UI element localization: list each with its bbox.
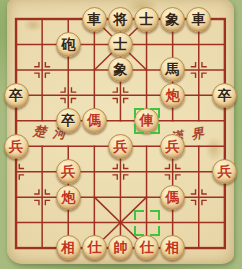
- board-cell[interactable]: [55, 133, 81, 158]
- board-cell[interactable]: [107, 108, 133, 133]
- board-cell[interactable]: [212, 184, 238, 209]
- xiangqi-app: 楚河 漢界 車将士象車砲士象馬卒炮卒卒傌俥兵兵兵兵兵炮傌相仕帥仕相: [0, 0, 242, 269]
- board-cell[interactable]: [186, 133, 212, 158]
- board-cell[interactable]: [133, 210, 159, 235]
- board-cell[interactable]: [212, 6, 238, 31]
- board-cell[interactable]: [160, 32, 186, 57]
- piece-red-soldier[interactable]: 兵: [108, 134, 133, 159]
- board-cell[interactable]: 兵: [3, 133, 29, 158]
- board-cell[interactable]: [212, 57, 238, 82]
- board-cell[interactable]: [186, 184, 212, 209]
- move-origin-marker: [134, 210, 160, 236]
- board-cell[interactable]: [107, 83, 133, 108]
- board-cell[interactable]: 炮: [55, 184, 81, 209]
- piece-red-advisor[interactable]: 仕: [82, 235, 107, 260]
- piece-red-cannon[interactable]: 炮: [56, 185, 81, 210]
- board-cell[interactable]: [212, 235, 238, 260]
- board-cell[interactable]: 炮: [160, 83, 186, 108]
- board-cell[interactable]: [3, 6, 29, 31]
- board-cell[interactable]: 兵: [107, 133, 133, 158]
- piece-red-cannon[interactable]: 炮: [160, 83, 185, 108]
- board-cell[interactable]: [186, 32, 212, 57]
- piece-black-cannon[interactable]: 砲: [56, 32, 81, 57]
- board-cell[interactable]: [81, 210, 107, 235]
- board-cell[interactable]: 卒: [55, 108, 81, 133]
- board-cell[interactable]: [212, 210, 238, 235]
- board-cell[interactable]: [81, 83, 107, 108]
- board-cell[interactable]: 卒: [3, 83, 29, 108]
- board-cell[interactable]: [186, 83, 212, 108]
- board-cell[interactable]: [186, 159, 212, 184]
- piece-red-elephant[interactable]: 相: [56, 235, 81, 260]
- piece-black-elephant[interactable]: 象: [160, 7, 185, 32]
- piece-black-general[interactable]: 将: [108, 7, 133, 32]
- piece-red-elephant[interactable]: 相: [160, 235, 185, 260]
- board-cell[interactable]: 士: [133, 6, 159, 31]
- piece-red-soldier[interactable]: 兵: [56, 159, 81, 184]
- board-cell[interactable]: [29, 210, 55, 235]
- board-cell[interactable]: [29, 133, 55, 158]
- board-cell[interactable]: [3, 184, 29, 209]
- board-cell[interactable]: 兵: [212, 159, 238, 184]
- board-cell[interactable]: [133, 159, 159, 184]
- board-cell[interactable]: [3, 32, 29, 57]
- board-cell[interactable]: [29, 235, 55, 260]
- board-cell[interactable]: 兵: [160, 133, 186, 158]
- board-cell[interactable]: 相: [55, 235, 81, 260]
- board-cell[interactable]: 士: [107, 32, 133, 57]
- board-cell[interactable]: [29, 184, 55, 209]
- piece-red-horse[interactable]: 傌: [82, 108, 107, 133]
- board-cell[interactable]: 仕: [133, 235, 159, 260]
- board-cell[interactable]: 車: [186, 6, 212, 31]
- board-cell[interactable]: 卒: [212, 83, 238, 108]
- piece-red-horse[interactable]: 傌: [160, 185, 185, 210]
- piece-black-elephant[interactable]: 象: [108, 57, 133, 82]
- board-cell[interactable]: [212, 32, 238, 57]
- board-cell[interactable]: [81, 159, 107, 184]
- board-cell[interactable]: 傌: [160, 184, 186, 209]
- board-cell[interactable]: [29, 57, 55, 82]
- board-cell[interactable]: [81, 32, 107, 57]
- board-cell[interactable]: [3, 108, 29, 133]
- board-cell[interactable]: 兵: [55, 159, 81, 184]
- board-cell[interactable]: 象: [107, 57, 133, 82]
- piece-black-horse[interactable]: 馬: [160, 57, 185, 82]
- piece-red-advisor[interactable]: 仕: [134, 235, 159, 260]
- board-cell[interactable]: [160, 108, 186, 133]
- board-cell[interactable]: [133, 32, 159, 57]
- piece-black-chariot[interactable]: 車: [186, 7, 211, 32]
- board-cell[interactable]: 仕: [81, 235, 107, 260]
- piece-black-soldier[interactable]: 卒: [4, 83, 29, 108]
- board-cell[interactable]: 帥: [107, 235, 133, 260]
- board-cell[interactable]: [3, 235, 29, 260]
- board-cell[interactable]: [133, 133, 159, 158]
- piece-red-soldier[interactable]: 兵: [4, 134, 29, 159]
- board-cell[interactable]: [29, 83, 55, 108]
- board-cell[interactable]: 傌: [81, 108, 107, 133]
- board-cell[interactable]: 車: [81, 6, 107, 31]
- board-cell[interactable]: [133, 57, 159, 82]
- board-cell[interactable]: [186, 108, 212, 133]
- piece-black-advisor[interactable]: 士: [108, 32, 133, 57]
- board-cell[interactable]: [55, 6, 81, 31]
- board-cell[interactable]: [81, 57, 107, 82]
- board-cell[interactable]: [186, 210, 212, 235]
- board-cell[interactable]: 象: [160, 6, 186, 31]
- board-cell[interactable]: [107, 210, 133, 235]
- piece-red-general[interactable]: 帥: [108, 235, 133, 260]
- board-cell[interactable]: [212, 133, 238, 158]
- board-cell[interactable]: 砲: [55, 32, 81, 57]
- board-cell[interactable]: [107, 159, 133, 184]
- board-cell[interactable]: [55, 83, 81, 108]
- board-cell[interactable]: [29, 32, 55, 57]
- board-cell[interactable]: [212, 108, 238, 133]
- board-cell[interactable]: 俥: [133, 108, 159, 133]
- board-cell[interactable]: [186, 235, 212, 260]
- board-cell[interactable]: [55, 210, 81, 235]
- board-cell[interactable]: [29, 6, 55, 31]
- piece-red-chariot[interactable]: 俥: [134, 108, 159, 133]
- board-cell[interactable]: [55, 57, 81, 82]
- board-cell[interactable]: [3, 159, 29, 184]
- piece-black-soldier[interactable]: 卒: [212, 83, 237, 108]
- board-cell[interactable]: [3, 210, 29, 235]
- piece-black-chariot[interactable]: 車: [82, 7, 107, 32]
- board-cell[interactable]: [81, 133, 107, 158]
- board-cell[interactable]: 相: [160, 235, 186, 260]
- board-cell[interactable]: 将: [107, 6, 133, 31]
- board-cell[interactable]: [133, 184, 159, 209]
- board-cell[interactable]: [29, 108, 55, 133]
- board-cell[interactable]: [107, 184, 133, 209]
- board-grid: 車将士象車砲士象馬卒炮卒卒傌俥兵兵兵兵兵炮傌相仕帥仕相: [3, 6, 238, 260]
- board-cell[interactable]: [160, 210, 186, 235]
- board-cell[interactable]: 馬: [160, 57, 186, 82]
- board-cell[interactable]: [29, 159, 55, 184]
- board-cell[interactable]: [81, 184, 107, 209]
- board-cell[interactable]: [186, 57, 212, 82]
- piece-black-advisor[interactable]: 士: [134, 7, 159, 32]
- piece-red-soldier[interactable]: 兵: [160, 134, 185, 159]
- board-cell[interactable]: [160, 159, 186, 184]
- piece-red-soldier[interactable]: 兵: [212, 159, 237, 184]
- board-cell[interactable]: [133, 83, 159, 108]
- board-cell[interactable]: [3, 57, 29, 82]
- piece-black-soldier[interactable]: 卒: [56, 108, 81, 133]
